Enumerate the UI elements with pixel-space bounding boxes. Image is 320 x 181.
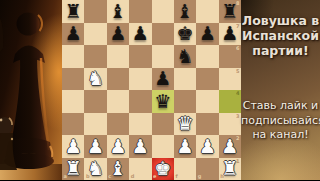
white-pawn-piece[interactable]: ♟ bbox=[221, 136, 238, 155]
black-king-piece[interactable]: ♚ bbox=[177, 24, 194, 43]
square-f5[interactable] bbox=[174, 68, 196, 91]
video-thumbnail: ♜♝♝8♜♟♟♟♚♟7♟♞6♞♟5♛4♛3♟♟♟♟♟♟2♟a♜b♞c♝de♚fg… bbox=[0, 0, 320, 180]
square-h6[interactable]: 6 bbox=[219, 45, 241, 68]
title-line: партии! bbox=[241, 43, 320, 58]
square-a1[interactable]: a♜ bbox=[62, 158, 84, 181]
square-e7[interactable] bbox=[152, 23, 174, 46]
square-f2[interactable]: ♟ bbox=[174, 135, 196, 158]
rank-label-5: 5 bbox=[236, 69, 239, 74]
white-pawn-piece[interactable]: ♟ bbox=[65, 136, 82, 155]
square-c5[interactable] bbox=[107, 68, 129, 91]
white-pawn-piece[interactable]: ♟ bbox=[177, 136, 194, 155]
square-f7[interactable]: ♚ bbox=[174, 23, 196, 46]
square-b2[interactable]: ♟ bbox=[84, 135, 106, 158]
subtitle-line: на канал! bbox=[241, 128, 320, 143]
square-c7[interactable]: ♟ bbox=[107, 23, 129, 46]
square-e3[interactable] bbox=[152, 113, 174, 136]
subtitle-line: Ставь лайк и bbox=[241, 99, 320, 114]
black-pawn-piece[interactable]: ♟ bbox=[109, 24, 126, 43]
square-f8[interactable]: ♝ bbox=[174, 0, 196, 23]
square-f6[interactable]: ♞ bbox=[174, 45, 196, 68]
chess-pieces-photo bbox=[0, 0, 62, 180]
square-g3[interactable] bbox=[196, 113, 218, 136]
square-g4[interactable] bbox=[196, 90, 218, 113]
black-pawn-piece[interactable]: ♟ bbox=[199, 24, 216, 43]
square-e2[interactable] bbox=[152, 135, 174, 158]
square-e5[interactable]: ♟ bbox=[152, 68, 174, 91]
file-label-f: f bbox=[175, 174, 177, 179]
black-queen-piece[interactable]: ♛ bbox=[154, 91, 171, 110]
square-a2[interactable]: ♟ bbox=[62, 135, 84, 158]
square-d3[interactable] bbox=[129, 113, 151, 136]
title-line: Испанской bbox=[241, 28, 320, 43]
square-b6[interactable] bbox=[84, 45, 106, 68]
black-pawn-piece[interactable]: ♟ bbox=[221, 24, 238, 43]
black-pawn-piece[interactable]: ♟ bbox=[132, 24, 149, 43]
rank-label-6: 6 bbox=[236, 46, 239, 51]
square-d6[interactable] bbox=[129, 45, 151, 68]
square-h7[interactable]: 7♟ bbox=[219, 23, 241, 46]
white-pawn-piece[interactable]: ♟ bbox=[132, 136, 149, 155]
square-e8[interactable] bbox=[152, 0, 174, 23]
black-rook-piece[interactable]: ♜ bbox=[221, 1, 238, 20]
square-b3[interactable] bbox=[84, 113, 106, 136]
square-h4[interactable]: 4 bbox=[219, 90, 241, 113]
white-rook-piece[interactable]: ♜ bbox=[65, 159, 82, 178]
square-d4[interactable] bbox=[129, 90, 151, 113]
caption-panel: Ловушка в Испанской партии! Ставь лайк и… bbox=[241, 0, 320, 180]
video-title: Ловушка в Испанской партии! bbox=[241, 13, 320, 58]
black-bishop-piece[interactable]: ♝ bbox=[109, 1, 126, 20]
white-pawn-piece[interactable]: ♟ bbox=[87, 136, 104, 155]
square-h8[interactable]: 8♜ bbox=[219, 0, 241, 23]
square-a5[interactable] bbox=[62, 68, 84, 91]
square-g1[interactable]: g bbox=[196, 158, 218, 181]
square-f4[interactable] bbox=[174, 90, 196, 113]
square-a6[interactable] bbox=[62, 45, 84, 68]
square-c1[interactable]: c♝ bbox=[107, 158, 129, 181]
white-rook-piece[interactable]: ♜ bbox=[221, 159, 238, 178]
white-king-piece[interactable]: ♚ bbox=[154, 159, 171, 178]
square-f1[interactable]: f bbox=[174, 158, 196, 181]
square-a8[interactable]: ♜ bbox=[62, 0, 84, 23]
square-h2[interactable]: 2♟ bbox=[219, 135, 241, 158]
square-c2[interactable]: ♟ bbox=[107, 135, 129, 158]
square-f3[interactable]: ♛ bbox=[174, 113, 196, 136]
white-pawn-piece[interactable]: ♟ bbox=[199, 136, 216, 155]
chess-board: ♜♝♝8♜♟♟♟♚♟7♟♞6♞♟5♛4♛3♟♟♟♟♟♟2♟a♜b♞c♝de♚fg… bbox=[62, 0, 241, 180]
black-pawn-piece[interactable]: ♟ bbox=[65, 24, 82, 43]
black-rook-piece[interactable]: ♜ bbox=[65, 1, 82, 20]
title-line: Ловушка в bbox=[241, 13, 320, 28]
square-a4[interactable] bbox=[62, 90, 84, 113]
square-d1[interactable]: d bbox=[129, 158, 151, 181]
subtitle-line: подписывайся bbox=[241, 114, 320, 129]
square-e4[interactable]: ♛ bbox=[152, 90, 174, 113]
square-e6[interactable] bbox=[152, 45, 174, 68]
square-c6[interactable] bbox=[107, 45, 129, 68]
white-queen-piece[interactable]: ♛ bbox=[177, 114, 194, 133]
square-c3[interactable] bbox=[107, 113, 129, 136]
white-knight-piece[interactable]: ♞ bbox=[87, 159, 104, 178]
square-g6[interactable] bbox=[196, 45, 218, 68]
white-pawn-piece[interactable]: ♟ bbox=[109, 136, 126, 155]
square-c8[interactable]: ♝ bbox=[107, 0, 129, 23]
square-a7[interactable]: ♟ bbox=[62, 23, 84, 46]
square-g7[interactable]: ♟ bbox=[196, 23, 218, 46]
square-b1[interactable]: b♞ bbox=[84, 158, 106, 181]
square-g2[interactable]: ♟ bbox=[196, 135, 218, 158]
black-pawn-piece[interactable]: ♟ bbox=[154, 69, 171, 88]
square-g8[interactable] bbox=[196, 0, 218, 23]
rank-label-4: 4 bbox=[236, 91, 239, 96]
square-a3[interactable] bbox=[62, 113, 84, 136]
white-bishop-piece[interactable]: ♝ bbox=[109, 159, 126, 178]
square-b4[interactable] bbox=[84, 90, 106, 113]
square-e1[interactable]: e♚ bbox=[152, 158, 174, 181]
square-b5[interactable]: ♞ bbox=[84, 68, 106, 91]
file-label-g: g bbox=[198, 174, 202, 179]
square-g5[interactable] bbox=[196, 68, 218, 91]
white-knight-piece[interactable]: ♞ bbox=[87, 69, 104, 88]
square-c4[interactable] bbox=[107, 90, 129, 113]
square-d8[interactable] bbox=[129, 0, 151, 23]
square-h1[interactable]: 1h♜ bbox=[219, 158, 241, 181]
square-b7[interactable] bbox=[84, 23, 106, 46]
square-h3[interactable]: 3 bbox=[219, 113, 241, 136]
square-h5[interactable]: 5 bbox=[219, 68, 241, 91]
black-knight-piece[interactable]: ♞ bbox=[177, 46, 194, 65]
like-subscribe-text: Ставь лайк и подписывайся на канал! bbox=[241, 99, 320, 143]
square-b8[interactable] bbox=[84, 0, 106, 23]
black-bishop-piece[interactable]: ♝ bbox=[177, 1, 194, 20]
square-d7[interactable]: ♟ bbox=[129, 23, 151, 46]
rank-label-3: 3 bbox=[236, 114, 239, 119]
file-label-d: d bbox=[131, 174, 135, 179]
square-d2[interactable]: ♟ bbox=[129, 135, 151, 158]
piece-silhouettes bbox=[0, 0, 62, 180]
square-d5[interactable] bbox=[129, 68, 151, 91]
